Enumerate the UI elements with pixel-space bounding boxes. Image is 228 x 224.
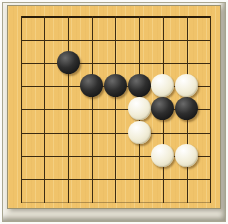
go-board[interactable] <box>8 6 220 208</box>
stone-black[interactable] <box>151 97 174 120</box>
stone-black[interactable] <box>57 51 80 74</box>
stone-black[interactable] <box>104 74 127 97</box>
go-diagram-window <box>0 0 228 224</box>
stone-white[interactable] <box>128 121 151 144</box>
stone-black[interactable] <box>128 74 151 97</box>
stone-white[interactable] <box>151 74 174 97</box>
stone-white[interactable] <box>175 74 198 97</box>
stone-grid[interactable] <box>9 5 222 213</box>
stone-white[interactable] <box>151 144 174 167</box>
stone-black[interactable] <box>175 97 198 120</box>
stone-white[interactable] <box>175 144 198 167</box>
stone-black[interactable] <box>80 74 103 97</box>
stone-white[interactable] <box>128 97 151 120</box>
